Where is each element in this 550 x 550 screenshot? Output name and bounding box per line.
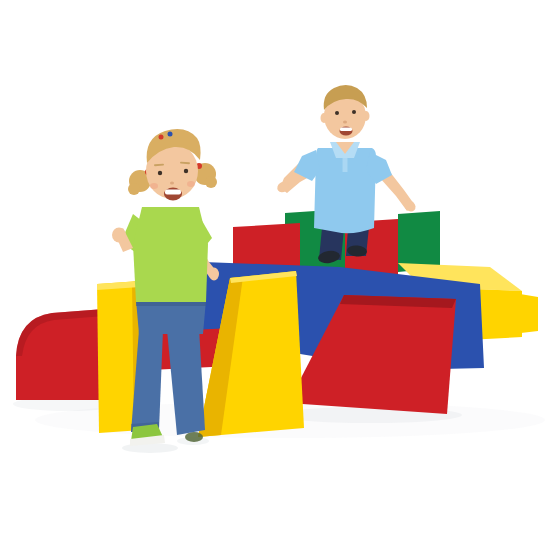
boy-right-eye <box>352 110 356 114</box>
girl-hair-clip-blue <box>168 132 173 137</box>
girl-pigtail-right-curl <box>205 176 217 188</box>
girl-right-cheek <box>187 181 195 187</box>
girl-right-eye <box>184 169 188 173</box>
boy-left-eye <box>335 111 339 115</box>
boy-nose <box>343 121 347 124</box>
boy-teeth <box>340 128 352 132</box>
product-photo <box>0 0 550 550</box>
girl-left-cheek <box>150 183 158 189</box>
boy-placket <box>343 156 348 172</box>
girl-pigtail-left-curl <box>128 183 140 195</box>
girl-nose <box>170 182 174 185</box>
girl-shirt <box>133 207 208 302</box>
girl-left-hand <box>209 268 219 281</box>
soft-play-course-photo <box>0 0 550 550</box>
girl-teeth <box>165 190 181 195</box>
red-wave-ramp <box>16 309 106 400</box>
girl-left-eye <box>158 171 162 175</box>
girl-hair-clip-red <box>159 135 164 140</box>
girl-fist <box>112 228 126 243</box>
green-cube-2 <box>398 211 440 272</box>
girl-back-shoe <box>185 432 203 442</box>
